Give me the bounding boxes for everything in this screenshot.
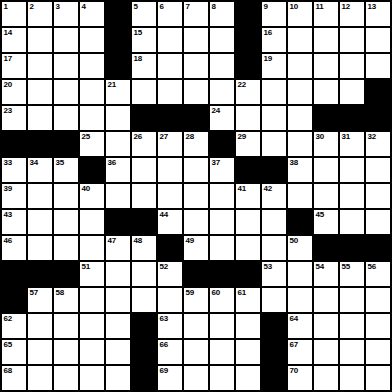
cell-r5c11[interactable] [262,106,286,130]
cell-r12c11[interactable] [262,288,286,312]
clue-number: 37 [212,158,220,167]
cell-r6c13[interactable]: 30 [314,132,338,156]
cell-r5c9[interactable]: 24 [210,106,234,130]
cell-r15c8[interactable] [184,366,208,390]
cell-r8c1[interactable]: 39 [2,184,26,208]
block-cell-r5c13 [314,106,338,130]
cell-r5c4[interactable] [80,106,104,130]
cell-r4c2[interactable] [28,80,52,104]
clue-number: 12 [342,2,350,11]
clue-number: 36 [108,158,116,167]
clue-number: 4 [82,2,86,11]
block-cell-r10c15 [366,236,390,260]
clue-number: 15 [134,28,142,37]
clue-number: 3 [56,2,60,11]
cell-r9c7[interactable]: 44 [158,210,182,234]
cell-r4c5[interactable]: 21 [106,80,130,104]
cell-r11c4[interactable]: 51 [80,262,104,286]
clue-number: 58 [56,288,64,297]
block-cell-r11c3 [54,262,78,286]
cell-r8c15[interactable] [366,184,390,208]
cell-r10c11[interactable] [262,236,286,260]
cell-r10c6[interactable]: 48 [132,236,156,260]
cell-r9c14[interactable] [340,210,364,234]
cell-r10c8[interactable]: 49 [184,236,208,260]
cell-r2c11[interactable]: 16 [262,28,286,52]
clue-number: 52 [160,262,168,271]
cell-r1c13[interactable]: 11 [314,2,338,26]
block-cell-r15c6 [132,366,156,390]
clue-number: 46 [4,236,12,245]
cell-r12c6[interactable] [132,288,156,312]
cell-r11c11[interactable]: 53 [262,262,286,286]
cell-r12c4[interactable] [80,288,104,312]
cell-r15c4[interactable] [80,366,104,390]
clue-number: 35 [56,158,64,167]
cell-r13c2[interactable] [28,314,52,338]
cell-r5c3[interactable] [54,106,78,130]
cell-r11c15[interactable]: 56 [366,262,390,286]
cell-r13c5[interactable] [106,314,130,338]
clue-number: 7 [186,2,190,11]
block-cell-r6c9 [210,132,234,156]
cell-r6c10[interactable]: 29 [236,132,260,156]
cell-r4c11[interactable] [262,80,286,104]
cell-r4c3[interactable] [54,80,78,104]
cell-r4c13[interactable] [314,80,338,104]
cell-r7c6[interactable] [132,158,156,182]
clue-number: 20 [4,80,12,89]
clue-number: 45 [316,210,324,219]
cell-r11c7[interactable]: 52 [158,262,182,286]
cell-r9c1[interactable]: 43 [2,210,26,234]
cell-r15c3[interactable] [54,366,78,390]
cell-r4c4[interactable] [80,80,104,104]
cell-r15c13[interactable] [314,366,338,390]
cell-r2c1[interactable]: 14 [2,28,26,52]
cell-r10c3[interactable] [54,236,78,260]
cell-r14c1[interactable]: 65 [2,340,26,364]
cell-r13c8[interactable] [184,314,208,338]
block-cell-r3c10 [236,54,260,78]
cell-r7c8[interactable] [184,158,208,182]
cell-r4c6[interactable] [132,80,156,104]
cell-r1c14[interactable]: 12 [340,2,364,26]
cell-r10c1[interactable]: 46 [2,236,26,260]
cell-r15c12[interactable]: 70 [288,366,312,390]
cell-r14c2[interactable] [28,340,52,364]
cell-r14c9[interactable] [210,340,234,364]
cell-r4c12[interactable] [288,80,312,104]
cell-r14c7[interactable]: 66 [158,340,182,364]
cell-r7c14[interactable] [340,158,364,182]
cell-r3c1[interactable]: 17 [2,54,26,78]
block-cell-r3c5 [106,54,130,78]
clue-number: 62 [4,314,12,323]
cell-r6c4[interactable]: 25 [80,132,104,156]
clue-number: 66 [160,340,168,349]
cell-r15c7[interactable]: 69 [158,366,182,390]
clue-number: 63 [160,314,168,323]
cell-r15c1[interactable]: 68 [2,366,26,390]
cell-r1c1[interactable]: 1 [2,2,26,26]
cell-r7c3[interactable]: 35 [54,158,78,182]
cell-r1c12[interactable]: 10 [288,2,312,26]
clue-number: 17 [4,54,12,63]
cell-r14c15[interactable] [366,340,390,364]
cell-r13c1[interactable]: 62 [2,314,26,338]
cell-r6c14[interactable]: 31 [340,132,364,156]
clue-number: 1 [4,2,8,11]
cell-r7c2[interactable]: 34 [28,158,52,182]
cell-r8c5[interactable] [106,184,130,208]
cell-r7c15[interactable] [366,158,390,182]
block-cell-r10c7 [158,236,182,260]
cell-r13c14[interactable] [340,314,364,338]
clue-number: 34 [30,158,38,167]
block-cell-r12c1 [2,288,26,312]
cell-r13c4[interactable] [80,314,104,338]
cell-r9c3[interactable] [54,210,78,234]
cell-r8c2[interactable] [28,184,52,208]
clue-number: 18 [134,54,142,63]
cell-r8c7[interactable] [158,184,182,208]
clue-number: 41 [238,184,246,193]
clue-number: 68 [4,366,12,375]
clue-number: 30 [316,132,324,141]
cell-r6c15[interactable]: 32 [366,132,390,156]
cell-r8c13[interactable] [314,184,338,208]
block-cell-r7c11 [262,158,286,182]
cell-r1c4[interactable]: 4 [80,2,104,26]
cell-r4c8[interactable] [184,80,208,104]
block-cell-r15c11 [262,366,286,390]
cell-r13c9[interactable] [210,314,234,338]
cell-r14c3[interactable] [54,340,78,364]
clue-number: 43 [4,210,12,219]
cell-r7c7[interactable] [158,158,182,182]
clue-number: 27 [160,132,168,141]
clue-number: 50 [290,236,298,245]
block-cell-r11c9 [210,262,234,286]
block-cell-r14c11 [262,340,286,364]
block-cell-r5c15 [366,106,390,130]
cell-r6c6[interactable]: 26 [132,132,156,156]
cell-r12c15[interactable] [366,288,390,312]
cell-r9c9[interactable] [210,210,234,234]
clue-number: 53 [264,262,272,271]
block-cell-r13c6 [132,314,156,338]
cell-r12c2[interactable]: 57 [28,288,52,312]
cell-r10c4[interactable] [80,236,104,260]
cell-r4c10[interactable]: 22 [236,80,260,104]
clue-number: 57 [30,288,38,297]
cell-r3c13[interactable] [314,54,338,78]
clue-number: 39 [4,184,12,193]
cell-r2c2[interactable] [28,28,52,52]
cell-r8c10[interactable]: 41 [236,184,260,208]
cell-r1c2[interactable]: 2 [28,2,52,26]
cell-r14c12[interactable]: 67 [288,340,312,364]
cell-r14c8[interactable] [184,340,208,364]
clue-number: 49 [186,236,194,245]
clue-number: 24 [212,106,220,115]
cell-r15c5[interactable] [106,366,130,390]
cell-r4c14[interactable] [340,80,364,104]
cell-r12c13[interactable] [314,288,338,312]
clue-number: 16 [264,28,272,37]
block-cell-r7c4 [80,158,104,182]
cell-r4c9[interactable] [210,80,234,104]
cell-r1c9[interactable]: 8 [210,2,234,26]
cell-r2c8[interactable] [184,28,208,52]
cell-r2c13[interactable] [314,28,338,52]
cell-r9c2[interactable] [28,210,52,234]
clue-number: 8 [212,2,216,11]
cell-r14c4[interactable] [80,340,104,364]
cell-r8c9[interactable] [210,184,234,208]
block-cell-r6c1 [2,132,26,156]
clue-number: 64 [290,314,298,323]
clue-number: 60 [212,288,220,297]
cell-r6c5[interactable] [106,132,130,156]
block-cell-r11c10 [236,262,260,286]
clue-number: 13 [368,2,376,11]
clue-number: 9 [264,2,268,11]
clue-number: 23 [4,106,12,115]
clue-number: 21 [108,80,116,89]
cell-r2c15[interactable] [366,28,390,52]
cell-r15c2[interactable] [28,366,52,390]
cell-r12c14[interactable] [340,288,364,312]
cell-r11c13[interactable]: 54 [314,262,338,286]
block-cell-r1c5 [106,2,130,26]
clue-number: 5 [134,2,138,11]
cell-r9c15[interactable] [366,210,390,234]
clue-number: 51 [82,262,90,271]
cell-r2c4[interactable] [80,28,104,52]
clue-number: 54 [316,262,324,271]
crossword-board: 1234567891011121314151617181920212223242… [0,0,392,392]
cell-r3c6[interactable]: 18 [132,54,156,78]
clue-number: 69 [160,366,168,375]
cell-r7c9[interactable]: 37 [210,158,234,182]
cell-r13c3[interactable] [54,314,78,338]
cell-r3c14[interactable] [340,54,364,78]
cell-r1c8[interactable]: 7 [184,2,208,26]
clue-number: 26 [134,132,142,141]
block-cell-r4c15 [366,80,390,104]
cell-r14c10[interactable] [236,340,260,364]
block-cell-r11c1 [2,262,26,286]
clue-number: 29 [238,132,246,141]
cell-r14c5[interactable] [106,340,130,364]
cell-r11c14[interactable]: 55 [340,262,364,286]
cell-r1c3[interactable]: 3 [54,2,78,26]
clue-number: 33 [4,158,12,167]
clue-number: 40 [82,184,90,193]
cell-r6c12[interactable] [288,132,312,156]
cell-r3c2[interactable] [28,54,52,78]
cell-r13c15[interactable] [366,314,390,338]
block-cell-r5c14 [340,106,364,130]
clue-number: 67 [290,340,298,349]
block-cell-r5c6 [132,106,156,130]
cell-r15c14[interactable] [340,366,364,390]
cell-r10c2[interactable] [28,236,52,260]
block-cell-r1c10 [236,2,260,26]
cell-r8c3[interactable] [54,184,78,208]
clue-number: 22 [238,80,246,89]
block-cell-r6c2 [28,132,52,156]
cell-r8c4[interactable]: 40 [80,184,104,208]
clue-number: 6 [160,2,164,11]
clue-number: 2 [30,2,34,11]
cell-r10c9[interactable] [210,236,234,260]
cell-r3c11[interactable]: 19 [262,54,286,78]
block-cell-r6c3 [54,132,78,156]
clue-number: 28 [186,132,194,141]
cell-r2c7[interactable] [158,28,182,52]
cell-r7c12[interactable]: 38 [288,158,312,182]
cell-r2c9[interactable] [210,28,234,52]
cell-r12c8[interactable]: 59 [184,288,208,312]
cell-r10c12[interactable]: 50 [288,236,312,260]
cell-r15c9[interactable] [210,366,234,390]
clue-number: 31 [342,132,350,141]
cell-r10c10[interactable] [236,236,260,260]
cell-r3c7[interactable] [158,54,182,78]
cell-r4c1[interactable]: 20 [2,80,26,104]
cell-r7c1[interactable]: 33 [2,158,26,182]
cell-r13c7[interactable]: 63 [158,314,182,338]
cell-r13c13[interactable] [314,314,338,338]
cell-r1c15[interactable]: 13 [366,2,390,26]
cell-r12c9[interactable]: 60 [210,288,234,312]
cell-r7c13[interactable] [314,158,338,182]
cell-r9c8[interactable] [184,210,208,234]
cell-r3c4[interactable] [80,54,104,78]
cell-r12c10[interactable]: 61 [236,288,260,312]
block-cell-r13c11 [262,314,286,338]
clue-number: 61 [238,288,246,297]
cell-r3c12[interactable] [288,54,312,78]
cell-r15c15[interactable] [366,366,390,390]
cell-r5c10[interactable] [236,106,260,130]
cell-r8c6[interactable] [132,184,156,208]
block-cell-r11c8 [184,262,208,286]
cell-r6c11[interactable] [262,132,286,156]
cell-r2c6[interactable]: 15 [132,28,156,52]
cell-r14c13[interactable] [314,340,338,364]
cell-r3c15[interactable] [366,54,390,78]
clue-number: 38 [290,158,298,167]
cell-r5c1[interactable]: 23 [2,106,26,130]
cell-r11c12[interactable] [288,262,312,286]
clue-number: 11 [316,2,324,11]
block-cell-r9c12 [288,210,312,234]
cell-r2c14[interactable] [340,28,364,52]
cell-r12c5[interactable] [106,288,130,312]
cell-r1c11[interactable]: 9 [262,2,286,26]
clue-number: 32 [368,132,376,141]
cell-r12c3[interactable]: 58 [54,288,78,312]
clue-number: 70 [290,366,298,375]
clue-number: 55 [342,262,350,271]
cell-r1c6[interactable]: 5 [132,2,156,26]
block-cell-r7c10 [236,158,260,182]
cell-r9c13[interactable]: 45 [314,210,338,234]
clue-number: 25 [82,132,90,141]
block-cell-r10c13 [314,236,338,260]
cell-r5c12[interactable] [288,106,312,130]
clue-number: 59 [186,288,194,297]
cell-r4c7[interactable] [158,80,182,104]
block-cell-r10c14 [340,236,364,260]
cell-r11c6[interactable] [132,262,156,286]
cell-r9c10[interactable] [236,210,260,234]
cell-r8c8[interactable] [184,184,208,208]
block-cell-r5c8 [184,106,208,130]
clue-number: 44 [160,210,168,219]
block-cell-r5c7 [158,106,182,130]
cell-r2c12[interactable] [288,28,312,52]
cell-r13c12[interactable]: 64 [288,314,312,338]
cell-r3c3[interactable] [54,54,78,78]
clue-number: 10 [290,2,298,11]
block-cell-r14c6 [132,340,156,364]
clue-number: 14 [4,28,12,37]
cell-r11c5[interactable] [106,262,130,286]
cell-r9c11[interactable] [262,210,286,234]
cell-r10c5[interactable]: 47 [106,236,130,260]
clue-number: 47 [108,236,116,245]
clue-number: 56 [368,262,376,271]
block-cell-r2c10 [236,28,260,52]
cell-r2c3[interactable] [54,28,78,52]
cell-r3c8[interactable] [184,54,208,78]
cell-r1c7[interactable]: 6 [158,2,182,26]
cell-r8c11[interactable]: 42 [262,184,286,208]
cell-r8c12[interactable] [288,184,312,208]
cell-r3c9[interactable] [210,54,234,78]
cell-r6c7[interactable]: 27 [158,132,182,156]
cell-r6c8[interactable]: 28 [184,132,208,156]
block-cell-r2c5 [106,28,130,52]
cell-r7c5[interactable]: 36 [106,158,130,182]
block-cell-r9c6 [132,210,156,234]
cell-r14c14[interactable] [340,340,364,364]
clue-number: 42 [264,184,272,193]
clue-number: 19 [264,54,272,63]
cell-r5c5[interactable] [106,106,130,130]
cell-r5c2[interactable] [28,106,52,130]
cell-r12c7[interactable] [158,288,182,312]
block-cell-r11c2 [28,262,52,286]
cell-r15c10[interactable] [236,366,260,390]
block-cell-r9c5 [106,210,130,234]
clue-number: 65 [4,340,12,349]
cell-r8c14[interactable] [340,184,364,208]
cell-r9c4[interactable] [80,210,104,234]
cell-r12c12[interactable] [288,288,312,312]
clue-number: 48 [134,236,142,245]
cell-r13c10[interactable] [236,314,260,338]
